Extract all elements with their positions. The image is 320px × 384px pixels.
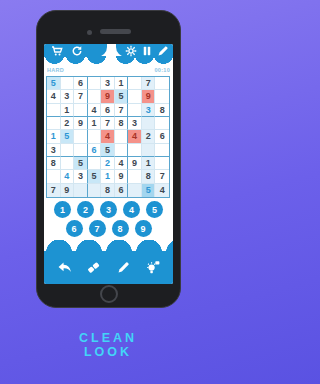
difficulty-label: HARD xyxy=(47,67,64,73)
sudoku-cell[interactable] xyxy=(142,144,156,157)
sudoku-cell[interactable] xyxy=(115,130,129,143)
sudoku-cell[interactable] xyxy=(74,144,88,157)
hint-bulb-icon[interactable] xyxy=(145,260,160,275)
sudoku-cell[interactable] xyxy=(88,130,102,143)
sudoku-cell[interactable]: 6 xyxy=(88,144,102,157)
pencil-icon[interactable] xyxy=(157,45,169,57)
notes-pencil-icon[interactable] xyxy=(116,260,131,275)
sudoku-cell[interactable] xyxy=(74,130,88,143)
sudoku-cell[interactable]: 7 xyxy=(115,104,129,117)
sudoku-cell[interactable]: 5 xyxy=(115,90,129,103)
sudoku-cell[interactable]: 4 xyxy=(61,170,75,183)
numpad-3-button[interactable]: 3 xyxy=(100,201,117,218)
sudoku-cell[interactable] xyxy=(74,184,88,197)
marketing-background: { "game": "sudoku", "position": "5060310… xyxy=(0,0,216,384)
sudoku-cell[interactable]: 1 xyxy=(115,77,129,90)
earpiece-speaker xyxy=(100,29,131,34)
sudoku-cell[interactable]: 3 xyxy=(128,117,142,130)
sudoku-cell[interactable]: 5 xyxy=(101,144,115,157)
sudoku-cell[interactable] xyxy=(155,90,169,103)
sudoku-cell[interactable]: 3 xyxy=(74,170,88,183)
sudoku-cell[interactable]: 8 xyxy=(115,117,129,130)
sudoku-cell[interactable]: 5 xyxy=(142,184,156,197)
sudoku-cell[interactable]: 8 xyxy=(101,184,115,197)
phone-frame: HARD 00:10 56317437959146738291783154426… xyxy=(36,10,181,308)
sudoku-cell[interactable]: 7 xyxy=(142,77,156,90)
numpad-5-button[interactable]: 5 xyxy=(146,201,163,218)
sudoku-cell[interactable]: 2 xyxy=(142,130,156,143)
numpad-2-button[interactable]: 2 xyxy=(77,201,94,218)
numpad-row-2: 6789 xyxy=(44,220,173,237)
sudoku-cell[interactable]: 7 xyxy=(74,90,88,103)
sudoku-cell[interactable] xyxy=(155,157,169,170)
sudoku-cell[interactable]: 4 xyxy=(47,90,61,103)
caption-line-2: LOOK xyxy=(0,345,216,359)
sudoku-cell[interactable] xyxy=(61,144,75,157)
restart-icon[interactable] xyxy=(71,45,83,57)
sudoku-cell[interactable]: 8 xyxy=(47,157,61,170)
sudoku-cell[interactable]: 9 xyxy=(74,117,88,130)
sudoku-cell[interactable] xyxy=(115,144,129,157)
sudoku-cell[interactable]: 8 xyxy=(142,170,156,183)
sudoku-cell[interactable]: 4 xyxy=(101,130,115,143)
sudoku-cell[interactable]: 6 xyxy=(115,184,129,197)
sudoku-cell[interactable] xyxy=(47,170,61,183)
sudoku-cell[interactable]: 6 xyxy=(155,130,169,143)
sudoku-cell[interactable]: 9 xyxy=(61,184,75,197)
sudoku-cell[interactable]: 8 xyxy=(155,104,169,117)
sudoku-cell[interactable]: 1 xyxy=(47,130,61,143)
header-cloud-right-scallops xyxy=(116,56,173,65)
caption: CLEAN LOOK xyxy=(0,331,216,359)
sudoku-cell[interactable]: 5 xyxy=(88,170,102,183)
cart-icon[interactable] xyxy=(51,45,63,57)
sudoku-cell[interactable] xyxy=(47,104,61,117)
sudoku-cell[interactable]: 3 xyxy=(47,144,61,157)
sudoku-cell[interactable] xyxy=(142,117,156,130)
sudoku-cell[interactable] xyxy=(128,104,142,117)
sudoku-cell[interactable]: 9 xyxy=(142,90,156,103)
sudoku-cell[interactable]: 5 xyxy=(61,130,75,143)
sudoku-cell[interactable]: 6 xyxy=(74,77,88,90)
sudoku-cell[interactable] xyxy=(128,77,142,90)
sudoku-cell[interactable]: 4 xyxy=(88,104,102,117)
sudoku-cell[interactable]: 5 xyxy=(74,157,88,170)
sudoku-cell[interactable]: 4 xyxy=(155,184,169,197)
sudoku-cell[interactable] xyxy=(74,104,88,117)
eraser-icon[interactable] xyxy=(86,260,101,275)
pause-icon[interactable] xyxy=(141,45,153,57)
header-cloud-left-scallops xyxy=(44,56,107,65)
sudoku-cell[interactable] xyxy=(128,90,142,103)
sudoku-cell[interactable]: 1 xyxy=(61,104,75,117)
sudoku-cell[interactable]: 6 xyxy=(101,104,115,117)
sudoku-cell[interactable]: 5 xyxy=(47,77,61,90)
numpad-6-button[interactable]: 6 xyxy=(66,220,83,237)
sudoku-cell[interactable] xyxy=(47,117,61,130)
app-screen: HARD 00:10 56317437959146738291783154426… xyxy=(44,44,173,284)
sudoku-cell[interactable] xyxy=(155,117,169,130)
sudoku-cell[interactable]: 3 xyxy=(61,90,75,103)
front-camera xyxy=(87,30,92,35)
sudoku-cell[interactable]: 3 xyxy=(142,104,156,117)
caption-line-1: CLEAN xyxy=(0,331,216,345)
numpad-row-1: 12345 xyxy=(44,201,173,218)
gear-icon[interactable] xyxy=(125,45,137,57)
numpad-1-button[interactable]: 1 xyxy=(54,201,71,218)
numpad-4-button[interactable]: 4 xyxy=(123,201,140,218)
numpad-7-button[interactable]: 7 xyxy=(89,220,106,237)
sudoku-cell[interactable] xyxy=(88,157,102,170)
sudoku-cell[interactable] xyxy=(88,184,102,197)
timer-label: 00:10 xyxy=(154,67,170,73)
sudoku-cell[interactable] xyxy=(88,90,102,103)
sudoku-cell[interactable]: 7 xyxy=(155,170,169,183)
sudoku-cell[interactable] xyxy=(155,144,169,157)
sudoku-cell[interactable]: 9 xyxy=(128,157,142,170)
sudoku-cell[interactable] xyxy=(61,77,75,90)
sudoku-cell[interactable] xyxy=(128,170,142,183)
sudoku-cell[interactable]: 4 xyxy=(115,157,129,170)
sudoku-cell[interactable]: 7 xyxy=(47,184,61,197)
sudoku-cell[interactable] xyxy=(88,77,102,90)
numpad-8-button[interactable]: 8 xyxy=(112,220,129,237)
sudoku-cell[interactable] xyxy=(61,157,75,170)
sudoku-cell[interactable] xyxy=(128,144,142,157)
sudoku-cell[interactable]: 1 xyxy=(142,157,156,170)
sudoku-cell[interactable] xyxy=(155,77,169,90)
sudoku-cell[interactable] xyxy=(128,184,142,197)
numpad-9-button[interactable]: 9 xyxy=(135,220,152,237)
home-button[interactable] xyxy=(100,285,118,303)
sudoku-cell[interactable]: 2 xyxy=(61,117,75,130)
bottom-toolbar xyxy=(44,251,173,284)
sudoku-cell[interactable]: 3 xyxy=(101,77,115,90)
sudoku-cell[interactable]: 2 xyxy=(101,157,115,170)
sudoku-grid: 5631743795914673829178315442636585249143… xyxy=(46,76,170,198)
sudoku-cell[interactable]: 9 xyxy=(101,90,115,103)
sudoku-cell[interactable]: 4 xyxy=(128,130,142,143)
undo-icon[interactable] xyxy=(57,260,72,275)
sudoku-cell[interactable]: 9 xyxy=(115,170,129,183)
sudoku-cell[interactable]: 1 xyxy=(101,170,115,183)
sudoku-cell[interactable]: 1 xyxy=(88,117,102,130)
sudoku-cell[interactable]: 7 xyxy=(101,117,115,130)
